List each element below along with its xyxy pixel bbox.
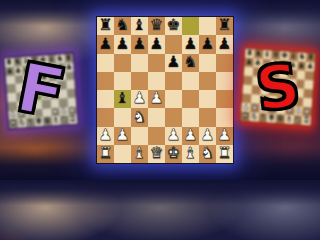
- square-g4[interactable]: [199, 90, 216, 108]
- white-king-icon: ♚: [44, 118, 51, 125]
- white-bishop-icon: ♝: [259, 114, 266, 121]
- square-a6[interactable]: [97, 54, 114, 72]
- white-pawn-icon: ♟: [9, 111, 16, 118]
- white-pawn-icon: ♟: [295, 107, 302, 114]
- white-knight-icon: ♞: [201, 146, 215, 162]
- white-pawn-icon: ♟: [251, 104, 258, 111]
- white-knight-icon: ♞: [294, 116, 301, 123]
- white-pawn-icon: ♟: [26, 110, 33, 117]
- black-rook-icon: ♜: [218, 18, 232, 34]
- square-e8[interactable]: ♚: [165, 17, 182, 35]
- white-bishop-icon: ♝: [184, 146, 198, 162]
- square-d4[interactable]: ♟: [148, 90, 165, 108]
- square-c6[interactable]: [131, 54, 148, 72]
- white-pawn-icon: ♟: [52, 108, 59, 115]
- black-pawn-icon: ♟: [57, 64, 64, 71]
- square-g2[interactable]: ♟: [199, 127, 216, 145]
- square-h4[interactable]: [216, 90, 233, 108]
- black-queen-icon: ♛: [31, 57, 38, 64]
- black-pawn-icon: ♟: [66, 63, 73, 70]
- white-rook-icon: ♜: [99, 146, 113, 162]
- black-pawn-icon: ♟: [23, 66, 30, 73]
- black-knight-icon: ♞: [299, 53, 306, 60]
- square-f1[interactable]: ♝: [182, 145, 199, 163]
- square-a4[interactable]: [97, 90, 114, 108]
- square-h3[interactable]: [216, 108, 233, 126]
- white-knight-icon: ♞: [61, 116, 68, 123]
- black-rook-icon: ♜: [99, 18, 113, 34]
- square-f7[interactable]: ♟: [182, 35, 199, 53]
- white-rook-icon: ♜: [218, 146, 232, 162]
- square-f6[interactable]: ♞: [182, 54, 199, 72]
- white-bishop-icon: ♝: [286, 116, 293, 123]
- square-d1[interactable]: ♛: [148, 145, 165, 163]
- black-pawn-icon: ♟: [133, 37, 147, 53]
- square-e5[interactable]: [165, 72, 182, 90]
- white-knight-icon: ♞: [251, 113, 258, 120]
- square-g8[interactable]: [199, 17, 216, 35]
- square-g3[interactable]: [199, 108, 216, 126]
- black-pawn-icon: ♟: [6, 68, 13, 75]
- square-g6[interactable]: [199, 54, 216, 72]
- white-pawn-icon: ♟: [133, 91, 147, 107]
- square-b6[interactable]: [114, 54, 131, 72]
- black-king-icon: ♚: [281, 52, 288, 59]
- white-pawn-icon: ♟: [34, 92, 41, 99]
- square-a7[interactable]: ♟: [97, 35, 114, 53]
- square-e4[interactable]: [165, 90, 182, 108]
- white-pawn-icon: ♟: [60, 108, 67, 115]
- white-bishop-icon: ♝: [52, 117, 59, 124]
- black-pawn-icon: ♟: [289, 62, 296, 69]
- black-pawn-icon: ♟: [41, 74, 48, 81]
- black-bishop-icon: ♝: [264, 51, 271, 58]
- white-pawn-icon: ♟: [304, 108, 311, 115]
- square-e6[interactable]: ♟: [165, 54, 182, 72]
- white-pawn-icon: ♟: [42, 91, 49, 98]
- white-king-icon: ♚: [167, 146, 181, 162]
- black-pawn-icon: ♟: [272, 61, 279, 68]
- black-pawn-icon: ♟: [262, 78, 269, 85]
- white-king-icon: ♚: [277, 115, 284, 122]
- left-mini-board: ♜♞♝♛♚♝♞♜♟♟♟♟♟♟♟♟♟♟♟♟♟♟♟♟♜♞♝♛♚♝♞♜ F: [3, 52, 80, 131]
- main-chessboard: ♜♞♝♛♚♜♟♟♟♟♟♟♟♟♞♝♟♟♞♟♟♟♟♟♟♜♝♛♚♝♞♜: [96, 16, 234, 164]
- black-pawn-icon: ♟: [15, 67, 22, 74]
- square-d3[interactable]: [148, 108, 165, 126]
- white-pawn-icon: ♟: [279, 88, 286, 95]
- square-f8[interactable]: [182, 17, 199, 35]
- black-bishop-icon: ♝: [23, 58, 30, 65]
- square-h1[interactable]: ♜: [216, 145, 233, 163]
- black-pawn-icon: ♟: [150, 37, 164, 53]
- black-knight-icon: ♞: [14, 58, 21, 65]
- black-pawn-icon: ♟: [254, 59, 261, 66]
- black-rook-icon: ♜: [65, 55, 72, 62]
- black-pawn-icon: ♟: [218, 37, 232, 53]
- square-h1: ♜: [68, 115, 77, 124]
- square-e3[interactable]: [165, 108, 182, 126]
- white-pawn-icon: ♟: [260, 105, 267, 112]
- white-queen-icon: ♛: [36, 118, 43, 125]
- black-rook-icon: ♜: [307, 54, 314, 61]
- square-d6[interactable]: [148, 54, 165, 72]
- square-h1: ♜: [302, 116, 311, 126]
- square-c2[interactable]: [131, 127, 148, 145]
- white-pawn-icon: ♟: [184, 128, 198, 144]
- white-pawn-icon: ♟: [218, 128, 232, 144]
- square-c8[interactable]: ♝: [131, 17, 148, 35]
- black-king-icon: ♚: [167, 18, 181, 34]
- right-mini-chessboard: ♜♞♝♛♚♝♞♜♟♟♟♟♟♟♟♟♟♟♟♟♟♟♟♟♜♞♝♛♚♝♞♜: [240, 48, 317, 127]
- square-b4[interactable]: ♝: [114, 90, 131, 108]
- black-pawn-icon: ♟: [281, 61, 288, 68]
- black-pawn-icon: ♟: [307, 63, 314, 70]
- white-pawn-icon: ♟: [286, 107, 293, 114]
- square-h6[interactable]: [216, 54, 233, 72]
- square-e2[interactable]: ♟: [165, 127, 182, 145]
- square-b5[interactable]: [114, 72, 131, 90]
- square-h8[interactable]: ♜: [216, 17, 233, 35]
- square-h5[interactable]: [216, 72, 233, 90]
- black-pawn-icon: ♟: [167, 55, 181, 71]
- white-knight-icon: ♞: [19, 119, 26, 126]
- white-queen-icon: ♛: [150, 146, 164, 162]
- black-queen-icon: ♛: [150, 18, 164, 34]
- black-pawn-icon: ♟: [99, 37, 113, 53]
- square-b8[interactable]: ♞: [114, 17, 131, 35]
- square-f3[interactable]: [182, 108, 199, 126]
- white-queen-icon: ♛: [268, 114, 275, 121]
- square-d7[interactable]: ♟: [148, 35, 165, 53]
- white-pawn-icon: ♟: [99, 128, 113, 144]
- square-h7[interactable]: ♟: [216, 35, 233, 53]
- white-knight-icon: ♞: [133, 110, 147, 126]
- left-mini-chessboard: ♜♞♝♛♚♝♞♜♟♟♟♟♟♟♟♟♟♟♟♟♟♟♟♟♜♞♝♛♚♝♞♜: [3, 52, 80, 131]
- black-knight-icon: ♞: [184, 55, 198, 71]
- square-f2[interactable]: ♟: [182, 127, 199, 145]
- white-pawn-icon: ♟: [18, 111, 25, 118]
- black-knight-icon: ♞: [57, 55, 64, 62]
- black-rook-icon: ♜: [6, 59, 13, 66]
- square-g7[interactable]: ♟: [199, 35, 216, 53]
- square-f4[interactable]: [182, 90, 199, 108]
- black-bishop-icon: ♝: [133, 18, 147, 34]
- black-pawn-icon: ♟: [116, 37, 130, 53]
- square-d2[interactable]: [148, 127, 165, 145]
- square-g5[interactable]: [199, 72, 216, 90]
- square-a3[interactable]: [97, 108, 114, 126]
- black-bishop-icon: ♝: [290, 53, 297, 60]
- black-knight-icon: ♞: [255, 50, 262, 57]
- square-c7[interactable]: ♟: [131, 35, 148, 53]
- square-b7[interactable]: ♟: [114, 35, 131, 53]
- right-mini-board: ♜♞♝♛♚♝♞♜♟♟♟♟♟♟♟♟♟♟♟♟♟♟♟♟♜♞♝♛♚♝♞♜ S: [240, 48, 317, 127]
- white-bishop-icon: ♝: [27, 119, 34, 126]
- square-g1[interactable]: ♞: [199, 145, 216, 163]
- black-rook-icon: ♜: [246, 50, 253, 57]
- square-c4[interactable]: ♟: [131, 90, 148, 108]
- square-b1[interactable]: [114, 145, 131, 163]
- black-pawn-icon: ♟: [246, 59, 253, 66]
- white-pawn-icon: ♟: [116, 128, 130, 144]
- black-pawn-icon: ♟: [49, 65, 56, 72]
- square-c5[interactable]: [131, 72, 148, 90]
- black-queen-icon: ♛: [272, 52, 279, 59]
- square-d5[interactable]: [148, 72, 165, 90]
- white-rook-icon: ♜: [69, 116, 76, 123]
- black-pawn-icon: ♟: [201, 37, 215, 53]
- black-pawn-icon: ♟: [298, 62, 305, 69]
- black-knight-icon: ♞: [116, 18, 130, 34]
- square-a2[interactable]: ♟: [97, 127, 114, 145]
- black-pawn-icon: ♟: [33, 83, 40, 90]
- square-a8[interactable]: ♜: [97, 17, 114, 35]
- square-b3[interactable]: [114, 108, 131, 126]
- white-bishop-icon: ♝: [133, 146, 147, 162]
- black-bishop-icon: ♝: [116, 91, 130, 107]
- square-a5[interactable]: [97, 72, 114, 90]
- black-pawn-icon: ♟: [184, 37, 198, 53]
- white-rook-icon: ♜: [10, 120, 17, 127]
- white-rook-icon: ♜: [303, 117, 310, 124]
- white-pawn-icon: ♟: [69, 107, 76, 114]
- square-e7[interactable]: [165, 35, 182, 53]
- square-h2[interactable]: ♟: [216, 127, 233, 145]
- white-pawn-icon: ♟: [269, 105, 276, 112]
- white-pawn-icon: ♟: [167, 128, 181, 144]
- white-pawn-icon: ♟: [201, 128, 215, 144]
- white-pawn-icon: ♟: [243, 104, 250, 111]
- black-king-icon: ♚: [40, 56, 47, 63]
- white-rook-icon: ♜: [242, 113, 249, 120]
- square-c3[interactable]: ♞: [131, 108, 148, 126]
- white-pawn-icon: ♟: [150, 91, 164, 107]
- black-bishop-icon: ♝: [48, 56, 55, 63]
- square-d8[interactable]: ♛: [148, 17, 165, 35]
- square-e1[interactable]: ♚: [165, 145, 182, 163]
- square-c1[interactable]: ♝: [131, 145, 148, 163]
- square-b2[interactable]: ♟: [114, 127, 131, 145]
- square-f5[interactable]: [182, 72, 199, 90]
- square-a1[interactable]: ♜: [97, 145, 114, 163]
